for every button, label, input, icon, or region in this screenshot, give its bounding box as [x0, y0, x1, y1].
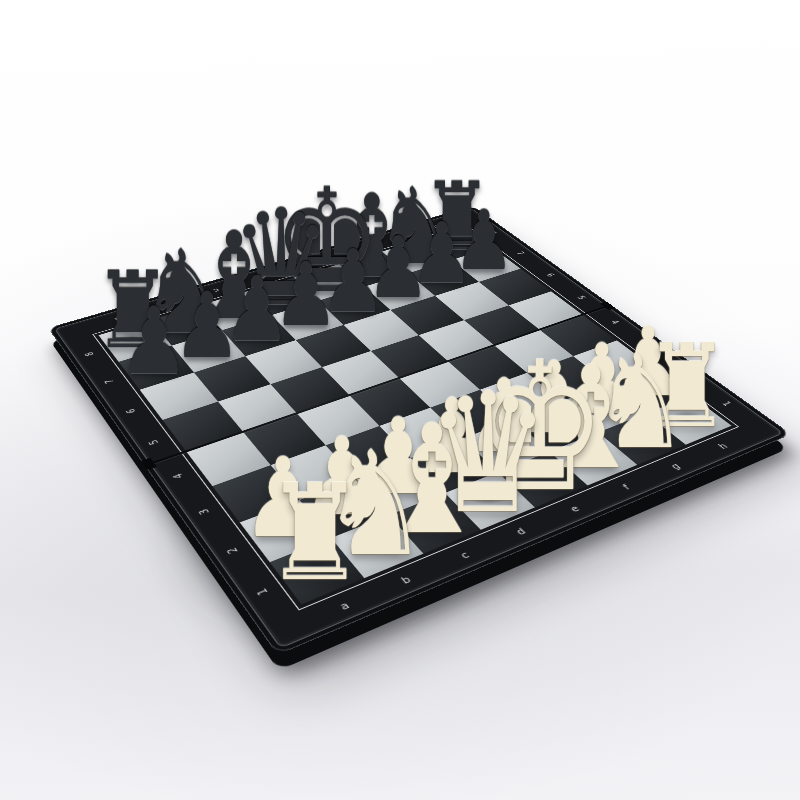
- black-pawn-a7[interactable]: ♟: [119, 294, 189, 387]
- rank-label-7-right: 7: [515, 251, 525, 256]
- rank-label-4-left: 4: [172, 472, 185, 479]
- rank-label-5-left: 5: [148, 439, 161, 446]
- rank-label-6-left: 6: [125, 408, 137, 415]
- rank-label-7-left: 7: [104, 378, 116, 384]
- rank-label-3-left: 3: [198, 508, 212, 516]
- rank-label-6-right: 6: [545, 273, 556, 278]
- product-photo-stage: aa11bb22cc33dd44ee55ff66gg77hh88 ♜♞♝♛♚♝♞…: [0, 0, 800, 800]
- rank-label-2-left: 2: [226, 546, 240, 555]
- white-rook-a1[interactable]: ♜: [265, 466, 365, 599]
- rank-label-5-right: 5: [576, 295, 587, 300]
